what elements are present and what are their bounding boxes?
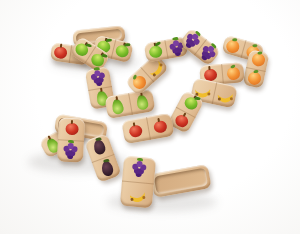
tile-half [146, 112, 175, 139]
domino-tile-bl-4[interactable] [57, 117, 85, 162]
orange-icon [246, 70, 261, 85]
banana-icon [128, 187, 145, 203]
tile-back-recess [154, 168, 208, 195]
domino-tile-bm-1[interactable] [150, 164, 211, 198]
orange-icon [226, 66, 240, 80]
grapes-icon [191, 33, 199, 41]
grapes-icon [94, 70, 101, 77]
grapes-icon [207, 45, 215, 53]
pear-icon [111, 98, 124, 115]
domino-tile-ch-5[interactable] [179, 27, 221, 66]
red-apple-icon [53, 46, 68, 60]
tile-half [120, 180, 154, 208]
tile-half [122, 156, 156, 183]
red-apple-icon [128, 123, 143, 137]
lime-icon [115, 44, 131, 59]
plum-icon [92, 139, 106, 156]
orange-icon [225, 38, 241, 54]
tile-half [58, 117, 85, 140]
plum-icon [100, 160, 114, 177]
red-apple-icon [173, 112, 190, 129]
lime-icon [182, 95, 199, 112]
tile-half [221, 62, 245, 84]
tile-half [242, 66, 265, 88]
orange-icon [250, 52, 265, 67]
domino-tile-ch-11[interactable] [121, 112, 174, 143]
grapes-icon [136, 161, 143, 168]
grapes-icon [68, 143, 74, 149]
product-photo-scene [0, 0, 300, 234]
tile-half [211, 82, 238, 108]
domino-tile-bm-2[interactable] [120, 156, 156, 209]
orange-icon [130, 73, 148, 91]
lime-icon [89, 50, 106, 67]
red-apple-icon [65, 122, 79, 135]
banana-icon [217, 88, 232, 103]
lime-icon [148, 44, 163, 58]
tile-half [57, 139, 84, 163]
red-apple-icon [153, 119, 168, 133]
